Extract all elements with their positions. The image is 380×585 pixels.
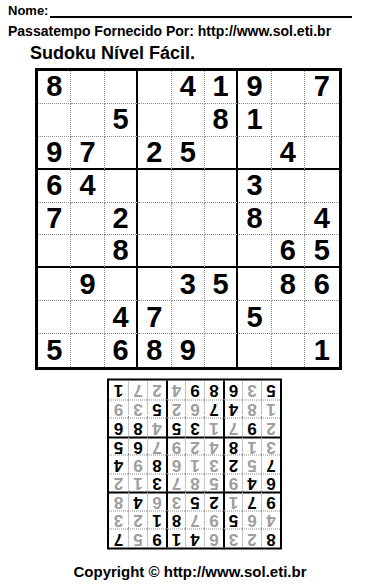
sudoku-cell: 6	[128, 437, 147, 456]
sudoku-cell	[305, 104, 338, 137]
sudoku-cell: 5	[185, 492, 204, 511]
sudoku-cell: 6	[223, 381, 242, 400]
sudoku-cell	[105, 268, 138, 301]
sudoku-cell: 9	[242, 418, 261, 437]
sudoku-cell: 9	[172, 334, 205, 367]
sudoku-cell: 4	[223, 400, 242, 419]
sudoku-cell: 2	[223, 455, 242, 474]
sudoku-cell: 8	[138, 334, 171, 367]
sudoku-cell: 1	[166, 529, 185, 548]
sudoku-cell: 9	[261, 492, 280, 511]
sudoku-cell: 7	[138, 301, 171, 334]
sudoku-cell: 1	[204, 418, 223, 437]
sudoku-cell: 6	[185, 400, 204, 419]
sudoku-cell: 7	[261, 455, 280, 474]
sudoku-cell: 7	[109, 529, 128, 548]
sudoku-cell: 7	[38, 203, 71, 236]
sudoku-cell: 9	[166, 437, 185, 456]
sudoku-cell: 3	[223, 529, 242, 548]
sudoku-cell: 4	[128, 492, 147, 511]
sudoku-cell	[272, 334, 305, 367]
sudoku-cell: 6	[272, 235, 305, 268]
sudoku-cell: 3	[242, 381, 261, 400]
sudoku-cell: 9	[38, 137, 71, 170]
sudoku-cell: 8	[109, 492, 128, 511]
sudoku-cell: 5	[109, 437, 128, 456]
sudoku-cell: 4	[109, 455, 128, 474]
sudoku-cell	[172, 301, 205, 334]
sudoku-cell: 3	[204, 455, 223, 474]
name-row: Nome:	[8, 3, 352, 18]
sudoku-cell: 3	[261, 437, 280, 456]
sudoku-cell	[38, 301, 71, 334]
sudoku-cell: 5	[147, 400, 166, 419]
sudoku-cell: 5	[128, 529, 147, 548]
sudoku-cell: 5	[305, 235, 338, 268]
sudoku-cell	[38, 268, 71, 301]
sudoku-cell: 8	[223, 437, 242, 456]
solution-area: 8236419574659781239712536486495873127523…	[0, 379, 380, 550]
sudoku-cell: 8	[38, 71, 71, 104]
sudoku-cell	[272, 170, 305, 203]
sudoku-cell: 9	[204, 511, 223, 530]
sudoku-cell: 1	[242, 437, 261, 456]
sudoku-cell	[305, 301, 338, 334]
sudoku-cell: 1	[261, 400, 280, 419]
sudoku-cell	[272, 301, 305, 334]
sudoku-cell: 1	[305, 334, 338, 367]
sudoku-cell: 2	[185, 437, 204, 456]
sudoku-cell: 1	[238, 104, 271, 137]
sudoku-cell: 7	[128, 381, 147, 400]
sudoku-cell: 2	[147, 381, 166, 400]
sudoku-cell: 2	[261, 418, 280, 437]
sudoku-cell	[138, 268, 171, 301]
sudoku-cell: 7	[71, 137, 104, 170]
sudoku-cell	[71, 334, 104, 367]
sudoku-cell: 2	[242, 529, 261, 548]
sudoku-cell: 8	[185, 474, 204, 493]
sudoku-puzzle-grid: 841975819725464372848659358647556891	[35, 68, 342, 370]
sudoku-cell: 4	[242, 474, 261, 493]
sudoku-cell: 5	[223, 511, 242, 530]
sudoku-cell: 3	[172, 268, 205, 301]
sudoku-cell: 6	[105, 334, 138, 367]
sudoku-cell	[272, 104, 305, 137]
sudoku-cell: 7	[204, 400, 223, 419]
sudoku-cell	[38, 235, 71, 268]
sudoku-cell: 6	[109, 418, 128, 437]
sudoku-cell	[205, 334, 238, 367]
sudoku-cell	[272, 203, 305, 236]
sudoku-cell	[205, 170, 238, 203]
sudoku-cell: 6	[261, 474, 280, 493]
sudoku-cell: 4	[261, 511, 280, 530]
provider-line: Passatempo Fornecido Por: http://www.sol…	[8, 23, 380, 39]
sudoku-cell	[71, 71, 104, 104]
sudoku-cell: 4	[204, 437, 223, 456]
sudoku-cell	[238, 268, 271, 301]
sudoku-cell: 3	[109, 511, 128, 530]
sudoku-cell: 3	[147, 474, 166, 493]
sudoku-cell	[238, 334, 271, 367]
sudoku-cell: 8	[205, 104, 238, 137]
sudoku-cell: 2	[105, 203, 138, 236]
sudoku-cell	[71, 203, 104, 236]
sudoku-cell: 1	[147, 511, 166, 530]
sudoku-cell	[172, 170, 205, 203]
sudoku-cell: 2	[204, 492, 223, 511]
sudoku-cell: 9	[185, 381, 204, 400]
sudoku-cell	[138, 203, 171, 236]
sudoku-cell: 7	[305, 71, 338, 104]
sudoku-cell	[71, 104, 104, 137]
sudoku-cell: 8	[204, 381, 223, 400]
sudoku-cell	[172, 235, 205, 268]
sudoku-cell: 5	[204, 474, 223, 493]
sudoku-cell: 1	[185, 455, 204, 474]
sudoku-cell: 5	[205, 268, 238, 301]
sudoku-cell: 6	[242, 511, 261, 530]
sudoku-cell: 5	[172, 137, 205, 170]
sudoku-cell: 4	[185, 529, 204, 548]
sudoku-cell: 3	[128, 400, 147, 419]
sudoku-cell	[238, 137, 271, 170]
sudoku-cell	[272, 71, 305, 104]
sudoku-cell: 4	[305, 203, 338, 236]
sudoku-cell: 5	[105, 104, 138, 137]
sudoku-cell	[138, 71, 171, 104]
sudoku-cell	[305, 137, 338, 170]
sudoku-cell: 6	[38, 170, 71, 203]
sudoku-cell	[105, 170, 138, 203]
sudoku-cell: 9	[147, 529, 166, 548]
sudoku-cell: 5	[38, 334, 71, 367]
sudoku-cell: 2	[138, 137, 171, 170]
sudoku-cell: 7	[166, 474, 185, 493]
sudoku-cell: 7	[147, 437, 166, 456]
sudoku-cell: 7	[223, 418, 242, 437]
sudoku-cell: 4	[172, 71, 205, 104]
sudoku-cell: 7	[242, 492, 261, 511]
sudoku-cell: 8	[147, 455, 166, 474]
sudoku-cell: 9	[109, 400, 128, 419]
sudoku-cell	[138, 235, 171, 268]
sudoku-cell: 8	[261, 529, 280, 548]
sudoku-cell	[238, 235, 271, 268]
sudoku-cell	[172, 203, 205, 236]
sudoku-cell: 5	[238, 301, 271, 334]
sudoku-cell: 4	[105, 301, 138, 334]
sudoku-cell: 6	[204, 529, 223, 548]
sudoku-cell: 3	[185, 418, 204, 437]
sudoku-cell	[205, 203, 238, 236]
sudoku-cell	[105, 71, 138, 104]
sudoku-cell: 9	[71, 268, 104, 301]
sudoku-cell: 4	[71, 170, 104, 203]
sudoku-cell	[138, 104, 171, 137]
sudoku-cell: 5	[242, 455, 261, 474]
sudoku-cell	[205, 137, 238, 170]
page-title: Sudoku Nível Fácil.	[30, 43, 380, 64]
sudoku-cell: 6	[166, 455, 185, 474]
sudoku-cell: 1	[223, 492, 242, 511]
sudoku-cell	[71, 235, 104, 268]
sudoku-cell: 8	[128, 418, 147, 437]
sudoku-cell	[138, 170, 171, 203]
sudoku-cell	[71, 301, 104, 334]
sudoku-cell: 8	[242, 400, 261, 419]
sudoku-cell: 5	[261, 381, 280, 400]
sudoku-cell: 9	[128, 455, 147, 474]
sudoku-cell: 2	[128, 511, 147, 530]
sudoku-cell	[38, 104, 71, 137]
sudoku-cell: 3	[238, 170, 271, 203]
sudoku-cell: 4	[147, 418, 166, 437]
sudoku-cell: 9	[223, 474, 242, 493]
sudoku-cell: 8	[105, 235, 138, 268]
sudoku-cell: 5	[166, 418, 185, 437]
sudoku-cell: 8	[272, 268, 305, 301]
sudoku-cell: 3	[166, 492, 185, 511]
sudoku-cell: 8	[166, 511, 185, 530]
sudoku-cell: 6	[147, 492, 166, 511]
sudoku-cell: 1	[205, 71, 238, 104]
sudoku-cell	[105, 137, 138, 170]
sudoku-cell: 8	[238, 203, 271, 236]
sudoku-cell: 6	[305, 268, 338, 301]
sudoku-cell	[205, 235, 238, 268]
sudoku-cell	[205, 301, 238, 334]
sudoku-solution-grid-rotated: 8236419574659781239712536486495873127523…	[107, 379, 282, 550]
sudoku-cell: 2	[166, 400, 185, 419]
sudoku-cell: 2	[109, 474, 128, 493]
sudoku-cell: 1	[128, 474, 147, 493]
sudoku-cell	[172, 104, 205, 137]
sudoku-cell	[305, 170, 338, 203]
sudoku-cell: 1	[109, 381, 128, 400]
sudoku-cell: 4	[166, 381, 185, 400]
page: Nome: Passatempo Fornecido Por: http://w…	[0, 3, 380, 585]
sudoku-cell: 7	[185, 511, 204, 530]
name-label: Nome:	[8, 3, 48, 18]
name-underline	[50, 5, 352, 18]
copyright: Copyright © http://www.sol.eti.br	[0, 563, 380, 580]
sudoku-cell: 9	[238, 71, 271, 104]
sudoku-cell: 4	[272, 137, 305, 170]
